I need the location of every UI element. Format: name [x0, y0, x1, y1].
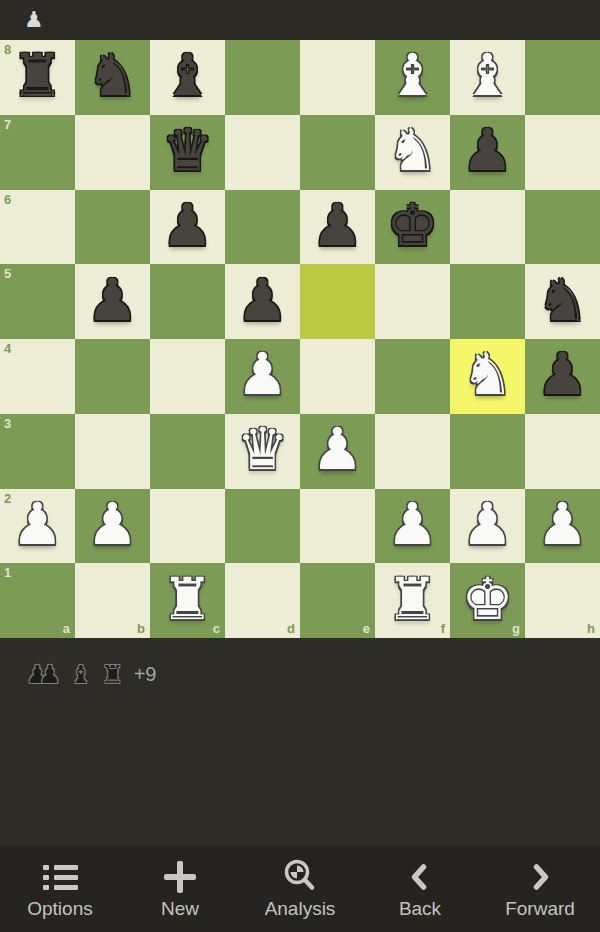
square-a8[interactable]: 8♜: [0, 40, 75, 115]
analysis-button[interactable]: Analysis: [240, 845, 360, 932]
square-e8[interactable]: [300, 40, 375, 115]
white-knight-f7[interactable]: ♞: [387, 121, 439, 179]
square-b4[interactable]: [75, 339, 150, 414]
captured-black-pawn-icon: ♟: [38, 662, 60, 687]
file-label-d: d: [287, 622, 295, 635]
file-label-f: f: [441, 622, 445, 635]
square-b7[interactable]: [75, 115, 150, 190]
black-knight-b8[interactable]: ♞: [87, 46, 139, 104]
file-label-c: c: [213, 622, 220, 635]
white-pawn-g2[interactable]: ♟: [462, 495, 514, 553]
square-d8[interactable]: [225, 40, 300, 115]
square-e5[interactable]: [300, 264, 375, 339]
back-label: Back: [399, 898, 441, 920]
square-h8[interactable]: [525, 40, 600, 115]
square-g1[interactable]: g♚: [450, 563, 525, 638]
pawn-icon: ♟: [24, 9, 44, 31]
square-c7[interactable]: ♛: [150, 115, 225, 190]
square-e7[interactable]: [300, 115, 375, 190]
white-bishop-f8[interactable]: ♝: [387, 46, 439, 104]
black-pawn-c6[interactable]: ♟: [162, 196, 214, 254]
square-g7[interactable]: ♟: [450, 115, 525, 190]
new-label: New: [161, 898, 199, 920]
rank-label-2: 2: [4, 492, 11, 505]
material-score: +9: [134, 663, 157, 686]
square-c8[interactable]: ♝: [150, 40, 225, 115]
square-d6[interactable]: [225, 190, 300, 265]
new-game-button[interactable]: New: [120, 845, 240, 932]
square-g6[interactable]: [450, 190, 525, 265]
white-rook-f1[interactable]: ♜: [387, 570, 439, 628]
forward-button[interactable]: Forward: [480, 845, 600, 932]
black-knight-h5[interactable]: ♞: [537, 271, 589, 329]
white-pawn-b2[interactable]: ♟: [87, 495, 139, 553]
square-g8[interactable]: ♝: [450, 40, 525, 115]
square-h6[interactable]: [525, 190, 600, 265]
square-b1[interactable]: b: [75, 563, 150, 638]
square-h2[interactable]: ♟: [525, 489, 600, 564]
black-pawn-b5[interactable]: ♟: [87, 271, 139, 329]
square-g4[interactable]: ♞: [450, 339, 525, 414]
white-pawn-a2[interactable]: ♟: [12, 495, 64, 553]
chevron-left-icon: [404, 859, 436, 895]
square-b6[interactable]: [75, 190, 150, 265]
square-b3[interactable]: [75, 414, 150, 489]
rank-label-3: 3: [4, 417, 11, 430]
forward-label: Forward: [505, 898, 575, 920]
black-pawn-d5[interactable]: ♟: [237, 271, 289, 329]
black-queen-c7[interactable]: ♛: [162, 121, 214, 179]
square-e6[interactable]: ♟: [300, 190, 375, 265]
black-pawn-g7[interactable]: ♟: [462, 121, 514, 179]
file-label-h: h: [587, 622, 595, 635]
white-pawn-f2[interactable]: ♟: [387, 495, 439, 553]
square-e3[interactable]: ♟: [300, 414, 375, 489]
square-b8[interactable]: ♞: [75, 40, 150, 115]
square-f5[interactable]: [375, 264, 450, 339]
rank-label-5: 5: [4, 267, 11, 280]
square-c3[interactable]: [150, 414, 225, 489]
square-f1[interactable]: f♜: [375, 563, 450, 638]
square-c2[interactable]: [150, 489, 225, 564]
square-f8[interactable]: ♝: [375, 40, 450, 115]
square-h3[interactable]: [525, 414, 600, 489]
file-label-b: b: [137, 622, 145, 635]
square-h4[interactable]: ♟: [525, 339, 600, 414]
square-c6[interactable]: ♟: [150, 190, 225, 265]
square-e4[interactable]: [300, 339, 375, 414]
white-queen-d3[interactable]: ♛: [237, 420, 289, 478]
square-g5[interactable]: [450, 264, 525, 339]
white-pawn-d4[interactable]: ♟: [237, 345, 289, 403]
square-f7[interactable]: ♞: [375, 115, 450, 190]
rank-label-6: 6: [4, 193, 11, 206]
white-knight-g4[interactable]: ♞: [462, 345, 514, 403]
white-king-g1[interactable]: ♚: [462, 570, 514, 628]
top-bar: ♟: [0, 0, 600, 40]
square-a4[interactable]: 4: [0, 339, 75, 414]
plus-icon: [164, 859, 196, 895]
white-bishop-g8[interactable]: ♝: [462, 46, 514, 104]
chess-board: 8♜♞♝♝♝7♛♞♟6♟♟♚5♟♟♞4♟♞♟3♛♟2♟♟♟♟♟1abc♜def♜…: [0, 40, 600, 638]
square-d5[interactable]: ♟: [225, 264, 300, 339]
square-a1[interactable]: 1a: [0, 563, 75, 638]
square-f3[interactable]: [375, 414, 450, 489]
rank-label-4: 4: [4, 342, 11, 355]
app-screen: ♟ 8♜♞♝♝♝7♛♞♟6♟♟♚5♟♟♞4♟♞♟3♛♟2♟♟♟♟♟1abc♜de…: [0, 0, 600, 932]
captured-pieces-bar: ♟♟♝♜ +9: [0, 638, 600, 696]
file-label-a: a: [63, 622, 70, 635]
white-pawn-h2[interactable]: ♟: [537, 495, 589, 553]
analysis-label: Analysis: [265, 898, 336, 920]
black-pawn-e6[interactable]: ♟: [312, 196, 364, 254]
square-h1[interactable]: h: [525, 563, 600, 638]
analysis-magnifier-icon: [282, 859, 318, 895]
square-d4[interactable]: ♟: [225, 339, 300, 414]
square-b2[interactable]: ♟: [75, 489, 150, 564]
square-g2[interactable]: ♟: [450, 489, 525, 564]
square-h7[interactable]: [525, 115, 600, 190]
captured-black-rook-icon: ♜: [101, 662, 123, 687]
chevron-right-icon: [524, 859, 556, 895]
square-a7[interactable]: 7: [0, 115, 75, 190]
square-a5[interactable]: 5: [0, 264, 75, 339]
back-button[interactable]: Back: [360, 845, 480, 932]
square-g3[interactable]: [450, 414, 525, 489]
file-label-e: e: [363, 622, 370, 635]
options-list-icon: [43, 859, 78, 895]
square-d1[interactable]: d: [225, 563, 300, 638]
square-c1[interactable]: c♜: [150, 563, 225, 638]
square-a2[interactable]: 2♟: [0, 489, 75, 564]
black-king-f6[interactable]: ♚: [387, 196, 439, 254]
black-pawn-h4[interactable]: ♟: [537, 345, 589, 403]
square-f4[interactable]: [375, 339, 450, 414]
rank-label-1: 1: [4, 566, 11, 579]
captured-pieces: ♟♟♝♜: [26, 662, 124, 687]
square-e1[interactable]: e: [300, 563, 375, 638]
square-a3[interactable]: 3: [0, 414, 75, 489]
rank-label-8: 8: [4, 43, 11, 56]
square-h5[interactable]: ♞: [525, 264, 600, 339]
square-e2[interactable]: [300, 489, 375, 564]
square-c5[interactable]: [150, 264, 225, 339]
rank-label-7: 7: [4, 118, 11, 131]
square-a6[interactable]: 6: [0, 190, 75, 265]
black-rook-a8[interactable]: ♜: [12, 46, 64, 104]
options-button[interactable]: Options: [0, 845, 120, 932]
square-b5[interactable]: ♟: [75, 264, 150, 339]
square-d3[interactable]: ♛: [225, 414, 300, 489]
square-d2[interactable]: [225, 489, 300, 564]
square-c4[interactable]: [150, 339, 225, 414]
black-bishop-c8[interactable]: ♝: [162, 46, 214, 104]
square-f6[interactable]: ♚: [375, 190, 450, 265]
white-rook-c1[interactable]: ♜: [162, 570, 214, 628]
square-f2[interactable]: ♟: [375, 489, 450, 564]
square-d7[interactable]: [225, 115, 300, 190]
bottom-nav: Options New Analysis Ba: [0, 845, 600, 932]
options-label: Options: [27, 898, 92, 920]
content-spacer: [0, 696, 600, 845]
captured-black-bishop-icon: ♝: [70, 662, 92, 687]
white-pawn-e3[interactable]: ♟: [312, 420, 364, 478]
